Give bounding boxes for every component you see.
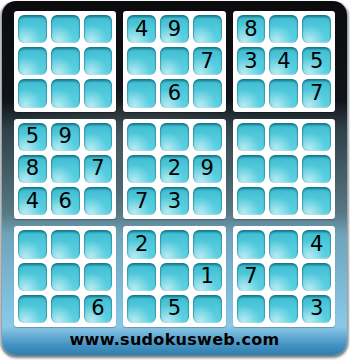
box-1-2: 4976 — [123, 11, 225, 112]
cell-r4c6[interactable] — [193, 123, 222, 151]
cell-r2c8[interactable]: 4 — [269, 47, 298, 75]
cell-r7c2[interactable] — [51, 230, 80, 258]
cell-r7c9[interactable]: 4 — [302, 230, 331, 258]
box-2-1: 598746 — [14, 119, 116, 220]
cell-r3c6[interactable] — [193, 79, 222, 107]
cell-r2c1[interactable] — [18, 47, 47, 75]
cell-r2c9[interactable]: 5 — [302, 47, 331, 75]
cell-r1c1[interactable] — [18, 15, 47, 43]
cell-r7c6[interactable] — [193, 230, 222, 258]
cell-r8c1[interactable] — [18, 263, 47, 291]
box-2-2: 2973 — [123, 119, 225, 220]
cell-r3c1[interactable] — [18, 79, 47, 107]
cell-r9c7[interactable] — [237, 295, 266, 323]
cell-r3c9[interactable]: 7 — [302, 79, 331, 107]
cell-r8c9[interactable] — [302, 263, 331, 291]
box-2-3 — [233, 119, 335, 220]
cell-r8c8[interactable] — [269, 263, 298, 291]
cell-r6c8[interactable] — [269, 187, 298, 215]
cell-r6c7[interactable] — [237, 187, 266, 215]
cell-r3c7[interactable] — [237, 79, 266, 107]
cell-r2c7[interactable]: 3 — [237, 47, 266, 75]
box-3-1: 6 — [14, 226, 116, 327]
cell-r3c2[interactable] — [51, 79, 80, 107]
cell-r9c6[interactable] — [193, 295, 222, 323]
cell-r8c7[interactable]: 7 — [237, 263, 266, 291]
box-1-1 — [14, 11, 116, 112]
cell-r4c4[interactable] — [127, 123, 156, 151]
cell-r6c1[interactable]: 4 — [18, 187, 47, 215]
cell-r3c4[interactable] — [127, 79, 156, 107]
cell-r9c2[interactable] — [51, 295, 80, 323]
cell-r4c2[interactable]: 9 — [51, 123, 80, 151]
cell-r9c5[interactable]: 5 — [160, 295, 189, 323]
cell-r7c4[interactable]: 2 — [127, 230, 156, 258]
board-frame: 49768345759874629736215473 www.sudokuswe… — [2, 1, 347, 355]
cell-r5c4[interactable] — [127, 155, 156, 183]
cell-r7c8[interactable] — [269, 230, 298, 258]
cell-r5c6[interactable]: 9 — [193, 155, 222, 183]
site-url-link[interactable]: www.sudokusweb.com — [2, 328, 347, 350]
cell-r8c3[interactable] — [84, 263, 113, 291]
cell-r5c2[interactable] — [51, 155, 80, 183]
sudoku-card: 49768345759874629736215473 www.sudokuswe… — [0, 0, 350, 360]
cell-r7c3[interactable] — [84, 230, 113, 258]
cell-r5c9[interactable] — [302, 155, 331, 183]
cell-r9c3[interactable]: 6 — [84, 295, 113, 323]
cell-r5c7[interactable] — [237, 155, 266, 183]
cell-r1c5[interactable]: 9 — [160, 15, 189, 43]
cell-r7c5[interactable] — [160, 230, 189, 258]
cell-r4c9[interactable] — [302, 123, 331, 151]
sudoku-board: 49768345759874629736215473 — [14, 11, 335, 327]
cell-r8c5[interactable] — [160, 263, 189, 291]
cell-r9c8[interactable] — [269, 295, 298, 323]
cell-r8c2[interactable] — [51, 263, 80, 291]
cell-r2c5[interactable] — [160, 47, 189, 75]
cell-r9c1[interactable] — [18, 295, 47, 323]
cell-r7c1[interactable] — [18, 230, 47, 258]
cell-r3c3[interactable] — [84, 79, 113, 107]
cell-r4c3[interactable] — [84, 123, 113, 151]
cell-r4c8[interactable] — [269, 123, 298, 151]
cell-r4c1[interactable]: 5 — [18, 123, 47, 151]
cell-r5c5[interactable]: 2 — [160, 155, 189, 183]
cell-r5c1[interactable]: 8 — [18, 155, 47, 183]
box-3-2: 215 — [123, 226, 225, 327]
cell-r6c9[interactable] — [302, 187, 331, 215]
cell-r2c4[interactable] — [127, 47, 156, 75]
cell-r1c8[interactable] — [269, 15, 298, 43]
box-3-3: 473 — [233, 226, 335, 327]
cell-r1c2[interactable] — [51, 15, 80, 43]
cell-r3c5[interactable]: 6 — [160, 79, 189, 107]
cell-r8c6[interactable]: 1 — [193, 263, 222, 291]
cell-r5c3[interactable]: 7 — [84, 155, 113, 183]
cell-r4c5[interactable] — [160, 123, 189, 151]
cell-r6c3[interactable] — [84, 187, 113, 215]
cell-r6c6[interactable] — [193, 187, 222, 215]
cell-r6c5[interactable]: 3 — [160, 187, 189, 215]
cell-r6c4[interactable]: 7 — [127, 187, 156, 215]
cell-r7c7[interactable] — [237, 230, 266, 258]
cell-r4c7[interactable] — [237, 123, 266, 151]
cell-r1c7[interactable]: 8 — [237, 15, 266, 43]
cell-r6c2[interactable]: 6 — [51, 187, 80, 215]
box-1-3: 83457 — [233, 11, 335, 112]
cell-r5c8[interactable] — [269, 155, 298, 183]
cell-r2c6[interactable]: 7 — [193, 47, 222, 75]
cell-r9c9[interactable]: 3 — [302, 295, 331, 323]
cell-r8c4[interactable] — [127, 263, 156, 291]
cell-r9c4[interactable] — [127, 295, 156, 323]
cell-r3c8[interactable] — [269, 79, 298, 107]
cell-r1c3[interactable] — [84, 15, 113, 43]
cell-r1c4[interactable]: 4 — [127, 15, 156, 43]
cell-r1c9[interactable] — [302, 15, 331, 43]
cell-r1c6[interactable] — [193, 15, 222, 43]
cell-r2c2[interactable] — [51, 47, 80, 75]
cell-r2c3[interactable] — [84, 47, 113, 75]
